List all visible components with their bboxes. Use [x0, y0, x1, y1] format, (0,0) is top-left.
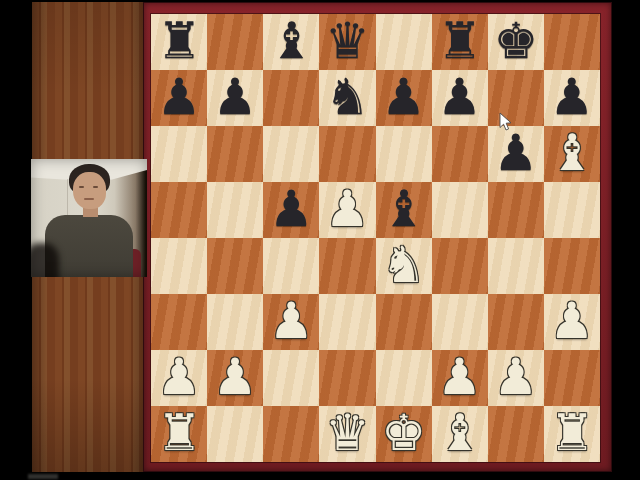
square-e3[interactable] — [376, 294, 432, 350]
square-e2[interactable] — [376, 350, 432, 406]
bottom-black-bar — [0, 472, 640, 480]
black-pawn-piece: ♟ — [157, 72, 202, 122]
white-pawn-piece: ♟ — [157, 352, 202, 402]
square-c7[interactable] — [263, 70, 319, 126]
square-h6[interactable]: ♝ — [544, 126, 600, 182]
white-pawn-piece: ♟ — [269, 296, 314, 346]
square-h4[interactable] — [544, 238, 600, 294]
square-c5[interactable]: ♟ — [263, 182, 319, 238]
square-e8[interactable] — [376, 14, 432, 70]
black-bishop-piece: ♝ — [381, 184, 426, 234]
white-pawn-piece: ♟ — [213, 352, 258, 402]
square-b1[interactable] — [207, 406, 263, 462]
square-a4[interactable] — [151, 238, 207, 294]
black-pawn-piece: ♟ — [269, 184, 314, 234]
square-g7[interactable] — [488, 70, 544, 126]
white-king-piece: ♚ — [381, 408, 426, 458]
square-d6[interactable] — [319, 126, 375, 182]
white-pawn-piece: ♟ — [493, 352, 538, 402]
square-f8[interactable]: ♜ — [432, 14, 488, 70]
square-f1[interactable]: ♝ — [432, 406, 488, 462]
square-h7[interactable]: ♟ — [544, 70, 600, 126]
square-a7[interactable]: ♟ — [151, 70, 207, 126]
black-bishop-piece: ♝ — [269, 16, 314, 66]
square-d8[interactable]: ♛ — [319, 14, 375, 70]
square-g4[interactable] — [488, 238, 544, 294]
white-bishop-piece: ♝ — [437, 408, 482, 458]
white-bishop-piece: ♝ — [550, 128, 595, 178]
square-a8[interactable]: ♜ — [151, 14, 207, 70]
square-b2[interactable]: ♟ — [207, 350, 263, 406]
square-e6[interactable] — [376, 126, 432, 182]
white-pawn-piece: ♟ — [437, 352, 482, 402]
chess-board-frame: ♜♝♛♜♚♟♟♞♟♟♟♟♝♟♟♝♞♟♟♟♟♟♟♜♛♚♝♜ — [143, 2, 612, 472]
white-queen-piece: ♛ — [325, 408, 370, 458]
white-rook-piece: ♜ — [550, 408, 595, 458]
square-g3[interactable] — [488, 294, 544, 350]
square-g8[interactable]: ♚ — [488, 14, 544, 70]
square-b3[interactable] — [207, 294, 263, 350]
square-f7[interactable]: ♟ — [432, 70, 488, 126]
square-e7[interactable]: ♟ — [376, 70, 432, 126]
square-f2[interactable]: ♟ — [432, 350, 488, 406]
black-rook-piece: ♜ — [437, 16, 482, 66]
square-c6[interactable] — [263, 126, 319, 182]
square-d2[interactable] — [319, 350, 375, 406]
square-f4[interactable] — [432, 238, 488, 294]
square-c8[interactable]: ♝ — [263, 14, 319, 70]
mouse-cursor — [499, 112, 512, 131]
black-rook-piece: ♜ — [157, 16, 202, 66]
square-b6[interactable] — [207, 126, 263, 182]
square-e1[interactable]: ♚ — [376, 406, 432, 462]
chess-board: ♜♝♛♜♚♟♟♞♟♟♟♟♝♟♟♝♞♟♟♟♟♟♟♜♛♚♝♜ — [151, 14, 600, 462]
square-g1[interactable] — [488, 406, 544, 462]
square-a6[interactable] — [151, 126, 207, 182]
black-pawn-piece: ♟ — [493, 128, 538, 178]
webcam-vignette — [31, 159, 147, 277]
square-a3[interactable] — [151, 294, 207, 350]
square-e4[interactable]: ♞ — [376, 238, 432, 294]
square-h2[interactable] — [544, 350, 600, 406]
black-pawn-piece: ♟ — [437, 72, 482, 122]
video-frame: ♜♝♛♜♚♟♟♞♟♟♟♟♝♟♟♝♞♟♟♟♟♟♟♜♛♚♝♜ — [0, 0, 640, 480]
square-d4[interactable] — [319, 238, 375, 294]
square-a5[interactable] — [151, 182, 207, 238]
square-h1[interactable]: ♜ — [544, 406, 600, 462]
white-rook-piece: ♜ — [157, 408, 202, 458]
white-pawn-piece: ♟ — [325, 184, 370, 234]
white-pawn-piece: ♟ — [550, 296, 595, 346]
black-pawn-piece: ♟ — [381, 72, 426, 122]
black-queen-piece: ♛ — [325, 16, 370, 66]
black-king-piece: ♚ — [493, 16, 538, 66]
square-c4[interactable] — [263, 238, 319, 294]
square-b5[interactable] — [207, 182, 263, 238]
black-pawn-piece: ♟ — [213, 72, 258, 122]
square-f3[interactable] — [432, 294, 488, 350]
webcam-overlay — [31, 159, 147, 277]
square-g6[interactable]: ♟ — [488, 126, 544, 182]
square-h8[interactable] — [544, 14, 600, 70]
square-h3[interactable]: ♟ — [544, 294, 600, 350]
square-b7[interactable]: ♟ — [207, 70, 263, 126]
black-knight-piece: ♞ — [325, 72, 370, 122]
square-g2[interactable]: ♟ — [488, 350, 544, 406]
square-b8[interactable] — [207, 14, 263, 70]
square-c1[interactable] — [263, 406, 319, 462]
square-b4[interactable] — [207, 238, 263, 294]
white-knight-piece: ♞ — [381, 240, 426, 290]
square-c3[interactable]: ♟ — [263, 294, 319, 350]
bottom-bar-smudge — [28, 474, 58, 479]
square-a1[interactable]: ♜ — [151, 406, 207, 462]
square-h5[interactable] — [544, 182, 600, 238]
square-a2[interactable]: ♟ — [151, 350, 207, 406]
black-pawn-piece: ♟ — [550, 72, 595, 122]
square-d3[interactable] — [319, 294, 375, 350]
square-d1[interactable]: ♛ — [319, 406, 375, 462]
square-f6[interactable] — [432, 126, 488, 182]
square-g5[interactable] — [488, 182, 544, 238]
square-d7[interactable]: ♞ — [319, 70, 375, 126]
square-e5[interactable]: ♝ — [376, 182, 432, 238]
square-f5[interactable] — [432, 182, 488, 238]
square-c2[interactable] — [263, 350, 319, 406]
square-d5[interactable]: ♟ — [319, 182, 375, 238]
